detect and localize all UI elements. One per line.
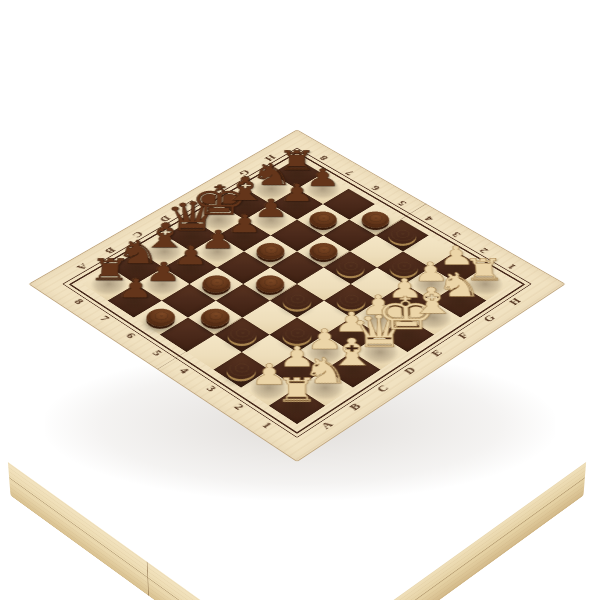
- scene: 1122334455667788AABBCCDDEEFFGGHH ♜♞♝♛♚♝♞…: [0, 0, 600, 600]
- file-label-f-near: F: [454, 330, 472, 341]
- rank-label-7-near: 7: [96, 313, 112, 323]
- box-side-front-left: [8, 462, 297, 600]
- rank-label-5-far: 5: [395, 199, 410, 208]
- file-label-a-near: A: [317, 419, 336, 431]
- file-label-h-near: H: [506, 296, 525, 308]
- chess-pieces: ♜♞♝♛♚♝♞♜♟♟♟♟♟♟♟♟♟♟♟♟♟♟♟♟♜♞♝♛♚♝♞♜: [297, 129, 566, 284]
- board-surface: 1122334455667788AABBCCDDEEFFGGHH ♜♞♝♛♚♝♞…: [28, 129, 565, 462]
- rank-label-1-near: 1: [259, 420, 276, 431]
- rank-label-5-near: 5: [149, 348, 166, 358]
- rank-label-8-near: 8: [71, 297, 87, 307]
- product-photo: 1122334455667788AABBCCDDEEFFGGHH ♜♞♝♛♚♝♞…: [0, 0, 600, 600]
- rank-label-4-near: 4: [176, 365, 193, 376]
- file-label-e-near: E: [428, 347, 446, 358]
- rank-label-4-far: 4: [421, 214, 436, 223]
- rank-label-3-far: 3: [449, 230, 464, 239]
- rank-label-3-near: 3: [203, 383, 220, 394]
- file-label-c-near: C: [373, 383, 392, 395]
- file-label-b-near: B: [346, 401, 364, 413]
- file-label-d-near: D: [401, 365, 420, 377]
- box-side-front-right: [297, 462, 586, 600]
- rank-label-6-near: 6: [122, 331, 139, 341]
- rank-label-2-near: 2: [231, 401, 248, 412]
- file-label-g-near: G: [480, 313, 499, 325]
